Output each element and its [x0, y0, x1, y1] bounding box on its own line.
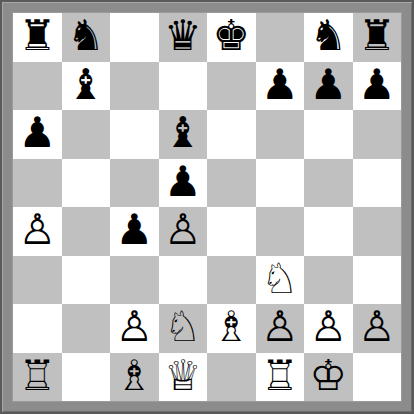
square-a6[interactable]: ♟ [13, 110, 62, 159]
square-c4[interactable]: ♟ [110, 207, 159, 256]
square-g7[interactable]: ♟ [304, 62, 353, 111]
white-knight-piece: ♘ [261, 258, 299, 300]
black-king-piece: ♚ [212, 15, 250, 57]
square-f5[interactable] [256, 159, 305, 208]
square-d8[interactable]: ♛ [159, 13, 208, 62]
square-f3[interactable]: ♘ [256, 256, 305, 305]
square-a2[interactable] [13, 304, 62, 353]
square-g3[interactable] [304, 256, 353, 305]
square-e5[interactable] [207, 159, 256, 208]
square-c1[interactable]: ♗ [110, 353, 159, 402]
square-d2[interactable]: ♘ [159, 304, 208, 353]
square-h7[interactable]: ♟ [353, 62, 402, 111]
square-c7[interactable] [110, 62, 159, 111]
square-e7[interactable] [207, 62, 256, 111]
white-bishop-piece: ♗ [212, 306, 250, 348]
black-pawn-piece: ♟ [18, 112, 56, 154]
square-f7[interactable]: ♟ [256, 62, 305, 111]
black-pawn-piece: ♟ [164, 161, 202, 203]
square-d3[interactable] [159, 256, 208, 305]
square-g6[interactable] [304, 110, 353, 159]
black-pawn-piece: ♟ [358, 64, 396, 106]
square-g5[interactable] [304, 159, 353, 208]
black-knight-piece: ♞ [67, 15, 105, 57]
black-knight-piece: ♞ [309, 15, 347, 57]
square-f4[interactable] [256, 207, 305, 256]
square-h5[interactable] [353, 159, 402, 208]
white-pawn-piece: ♙ [261, 306, 299, 348]
square-g8[interactable]: ♞ [304, 13, 353, 62]
black-bishop-piece: ♝ [67, 64, 105, 106]
square-g4[interactable] [304, 207, 353, 256]
square-h3[interactable] [353, 256, 402, 305]
square-h4[interactable] [353, 207, 402, 256]
white-king-piece: ♔ [309, 355, 347, 397]
black-bishop-piece: ♝ [164, 112, 202, 154]
square-e2[interactable]: ♗ [207, 304, 256, 353]
white-pawn-piece: ♙ [309, 306, 347, 348]
black-pawn-piece: ♟ [115, 209, 153, 251]
square-e1[interactable] [207, 353, 256, 402]
square-d1[interactable]: ♕ [159, 353, 208, 402]
white-pawn-piece: ♙ [164, 209, 202, 251]
square-b2[interactable] [62, 304, 111, 353]
white-pawn-piece: ♙ [115, 306, 153, 348]
square-b8[interactable]: ♞ [62, 13, 111, 62]
chess-board: ♜♞♛♚♞♜♝♟♟♟♟♝♟♙♟♙♘♙♘♗♙♙♙♖♗♕♖♔ [12, 12, 402, 402]
square-c8[interactable] [110, 13, 159, 62]
white-rook-piece: ♖ [261, 355, 299, 397]
square-d6[interactable]: ♝ [159, 110, 208, 159]
black-queen-piece: ♛ [164, 15, 202, 57]
square-c5[interactable] [110, 159, 159, 208]
square-e3[interactable] [207, 256, 256, 305]
square-b5[interactable] [62, 159, 111, 208]
white-pawn-piece: ♙ [18, 209, 56, 251]
square-c6[interactable] [110, 110, 159, 159]
white-pawn-piece: ♙ [358, 306, 396, 348]
black-pawn-piece: ♟ [261, 64, 299, 106]
square-b7[interactable]: ♝ [62, 62, 111, 111]
square-d5[interactable]: ♟ [159, 159, 208, 208]
square-e8[interactable]: ♚ [207, 13, 256, 62]
square-a4[interactable]: ♙ [13, 207, 62, 256]
square-d4[interactable]: ♙ [159, 207, 208, 256]
white-bishop-piece: ♗ [115, 355, 153, 397]
square-a5[interactable] [13, 159, 62, 208]
square-b1[interactable] [62, 353, 111, 402]
black-rook-piece: ♜ [18, 15, 56, 57]
square-h2[interactable]: ♙ [353, 304, 402, 353]
square-c2[interactable]: ♙ [110, 304, 159, 353]
square-b4[interactable] [62, 207, 111, 256]
square-a8[interactable]: ♜ [13, 13, 62, 62]
square-h8[interactable]: ♜ [353, 13, 402, 62]
square-b6[interactable] [62, 110, 111, 159]
square-g1[interactable]: ♔ [304, 353, 353, 402]
square-f8[interactable] [256, 13, 305, 62]
square-c3[interactable] [110, 256, 159, 305]
white-rook-piece: ♖ [18, 355, 56, 397]
square-f2[interactable]: ♙ [256, 304, 305, 353]
square-h6[interactable] [353, 110, 402, 159]
square-e6[interactable] [207, 110, 256, 159]
square-f1[interactable]: ♖ [256, 353, 305, 402]
white-queen-piece: ♕ [164, 355, 202, 397]
white-knight-piece: ♘ [164, 306, 202, 348]
square-h1[interactable] [353, 353, 402, 402]
square-a1[interactable]: ♖ [13, 353, 62, 402]
square-b3[interactable] [62, 256, 111, 305]
board-frame: ♜♞♛♚♞♜♝♟♟♟♟♝♟♙♟♙♘♙♘♗♙♙♙♖♗♕♖♔ [0, 0, 414, 414]
square-f6[interactable] [256, 110, 305, 159]
square-a7[interactable] [13, 62, 62, 111]
square-a3[interactable] [13, 256, 62, 305]
black-rook-piece: ♜ [358, 15, 396, 57]
chess-diagram: ♜♞♛♚♞♜♝♟♟♟♟♝♟♙♟♙♘♙♘♗♙♙♙♖♗♕♖♔ [0, 0, 414, 414]
black-pawn-piece: ♟ [309, 64, 347, 106]
square-g2[interactable]: ♙ [304, 304, 353, 353]
square-e4[interactable] [207, 207, 256, 256]
square-d7[interactable] [159, 62, 208, 111]
